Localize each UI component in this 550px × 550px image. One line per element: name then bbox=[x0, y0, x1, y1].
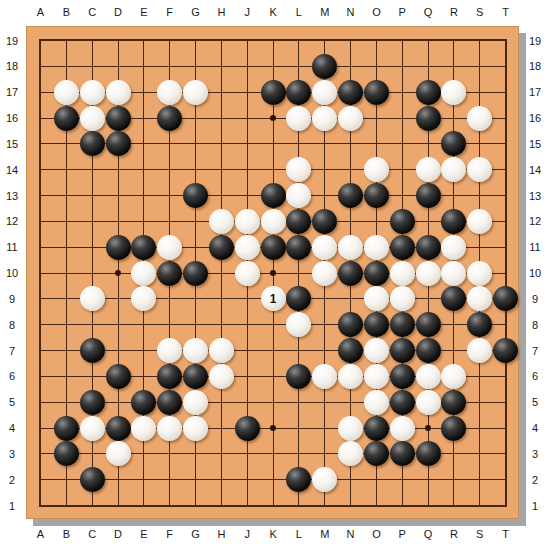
coord-label-top-Q: Q bbox=[418, 5, 438, 19]
coord-label-right-7: 7 bbox=[524, 344, 546, 358]
stone-white-J10[interactable] bbox=[235, 261, 260, 286]
coord-label-top-P: P bbox=[392, 5, 412, 19]
stone-white-G17[interactable] bbox=[183, 80, 208, 105]
stone-black-Q16[interactable] bbox=[416, 106, 441, 131]
stone-white-Q5[interactable] bbox=[416, 390, 441, 415]
stone-black-C15[interactable] bbox=[80, 131, 105, 156]
coord-label-right-8: 8 bbox=[524, 318, 546, 332]
stone-white-K9[interactable]: 1 bbox=[261, 286, 286, 311]
coord-label-top-M: M bbox=[315, 5, 335, 19]
stone-black-Q3[interactable] bbox=[416, 441, 441, 466]
stone-white-N11[interactable] bbox=[338, 235, 363, 260]
coord-label-right-3: 3 bbox=[524, 447, 546, 461]
coord-label-bottom-A: A bbox=[31, 527, 51, 541]
coord-label-bottom-K: K bbox=[263, 527, 283, 541]
coord-label-bottom-D: D bbox=[108, 527, 128, 541]
stone-white-O7[interactable] bbox=[364, 338, 389, 363]
coord-label-left-6: 6 bbox=[2, 369, 22, 383]
stone-black-O4[interactable] bbox=[364, 416, 389, 441]
stone-black-Q8[interactable] bbox=[416, 312, 441, 337]
stone-black-P11[interactable] bbox=[390, 235, 415, 260]
coord-label-left-1: 1 bbox=[2, 499, 22, 513]
coord-label-bottom-L: L bbox=[289, 527, 309, 541]
coord-label-left-18: 18 bbox=[2, 59, 22, 73]
stone-black-O8[interactable] bbox=[364, 312, 389, 337]
stone-black-F6[interactable] bbox=[157, 364, 182, 389]
coord-label-right-18: 18 bbox=[524, 59, 546, 73]
stone-white-Q6[interactable] bbox=[416, 364, 441, 389]
stone-white-K12[interactable] bbox=[261, 209, 286, 234]
stone-white-E10[interactable] bbox=[131, 261, 156, 286]
coord-label-right-6: 6 bbox=[524, 369, 546, 383]
coord-label-right-16: 16 bbox=[524, 111, 546, 125]
stone-black-M12[interactable] bbox=[312, 209, 337, 234]
stone-black-N17[interactable] bbox=[338, 80, 363, 105]
coord-label-left-12: 12 bbox=[2, 214, 22, 228]
coord-label-right-9: 9 bbox=[524, 292, 546, 306]
stone-black-D16[interactable] bbox=[106, 106, 131, 131]
stone-white-F17[interactable] bbox=[157, 80, 182, 105]
coord-label-left-15: 15 bbox=[2, 137, 22, 151]
move-number-label: 1 bbox=[261, 286, 286, 311]
stone-black-K11[interactable] bbox=[261, 235, 286, 260]
coord-label-left-11: 11 bbox=[2, 240, 22, 254]
stone-black-B16[interactable] bbox=[54, 106, 79, 131]
stone-white-H7[interactable] bbox=[209, 338, 234, 363]
stone-white-S10[interactable] bbox=[467, 261, 492, 286]
stone-white-R11[interactable] bbox=[441, 235, 466, 260]
coord-label-bottom-Q: Q bbox=[418, 527, 438, 541]
stone-white-C4[interactable] bbox=[80, 416, 105, 441]
coord-label-right-1: 1 bbox=[524, 499, 546, 513]
coord-label-right-13: 13 bbox=[524, 189, 546, 203]
stone-white-O6[interactable] bbox=[364, 364, 389, 389]
stone-white-L16[interactable] bbox=[286, 106, 311, 131]
coord-label-right-15: 15 bbox=[524, 137, 546, 151]
coord-label-top-L: L bbox=[289, 5, 309, 19]
coord-label-top-E: E bbox=[134, 5, 154, 19]
stone-white-M10[interactable] bbox=[312, 261, 337, 286]
stone-black-C7[interactable] bbox=[80, 338, 105, 363]
coord-label-top-O: O bbox=[366, 5, 386, 19]
coord-label-left-2: 2 bbox=[2, 473, 22, 487]
stone-black-G13[interactable] bbox=[183, 183, 208, 208]
stone-white-H6[interactable] bbox=[209, 364, 234, 389]
coord-label-left-19: 19 bbox=[2, 34, 22, 48]
coord-label-left-9: 9 bbox=[2, 292, 22, 306]
coord-label-right-12: 12 bbox=[524, 214, 546, 228]
coord-label-top-K: K bbox=[263, 5, 283, 19]
stone-black-N7[interactable] bbox=[338, 338, 363, 363]
coord-label-top-A: A bbox=[31, 5, 51, 19]
coord-label-top-C: C bbox=[82, 5, 102, 19]
coord-label-top-R: R bbox=[444, 5, 464, 19]
stone-black-P12[interactable] bbox=[390, 209, 415, 234]
stone-black-Q7[interactable] bbox=[416, 338, 441, 363]
coord-label-left-13: 13 bbox=[2, 189, 22, 203]
stone-black-O17[interactable] bbox=[364, 80, 389, 105]
stone-white-M16[interactable] bbox=[312, 106, 337, 131]
coord-label-top-F: F bbox=[160, 5, 180, 19]
stone-black-G10[interactable] bbox=[183, 261, 208, 286]
coord-label-right-10: 10 bbox=[524, 266, 546, 280]
stone-black-J4[interactable] bbox=[235, 416, 260, 441]
stone-white-N6[interactable] bbox=[338, 364, 363, 389]
stone-white-S16[interactable] bbox=[467, 106, 492, 131]
stone-black-L11[interactable] bbox=[286, 235, 311, 260]
coord-label-bottom-T: T bbox=[496, 527, 516, 541]
stone-white-G4[interactable] bbox=[183, 416, 208, 441]
stone-black-D11[interactable] bbox=[106, 235, 131, 260]
stone-white-J11[interactable] bbox=[235, 235, 260, 260]
coord-label-right-4: 4 bbox=[524, 421, 546, 435]
stone-white-D3[interactable] bbox=[106, 441, 131, 466]
coord-label-left-4: 4 bbox=[2, 421, 22, 435]
stone-white-F4[interactable] bbox=[157, 416, 182, 441]
stone-white-B17[interactable] bbox=[54, 80, 79, 105]
stone-black-P7[interactable] bbox=[390, 338, 415, 363]
coord-label-right-17: 17 bbox=[524, 85, 546, 99]
coord-label-bottom-C: C bbox=[82, 527, 102, 541]
stone-black-F5[interactable] bbox=[157, 390, 182, 415]
coord-label-bottom-B: B bbox=[56, 527, 76, 541]
coord-label-bottom-E: E bbox=[134, 527, 154, 541]
stone-black-G6[interactable] bbox=[183, 364, 208, 389]
stone-black-N10[interactable] bbox=[338, 261, 363, 286]
stone-white-C16[interactable] bbox=[80, 106, 105, 131]
stone-black-C2[interactable] bbox=[80, 467, 105, 492]
coord-label-top-S: S bbox=[470, 5, 490, 19]
stone-black-Q13[interactable] bbox=[416, 183, 441, 208]
coord-label-right-11: 11 bbox=[524, 240, 546, 254]
stone-white-H12[interactable] bbox=[209, 209, 234, 234]
stone-black-E11[interactable] bbox=[131, 235, 156, 260]
coord-label-bottom-H: H bbox=[211, 527, 231, 541]
stone-white-R17[interactable] bbox=[441, 80, 466, 105]
stone-white-J12[interactable] bbox=[235, 209, 260, 234]
stone-white-Q14[interactable] bbox=[416, 157, 441, 182]
stone-black-D6[interactable] bbox=[106, 364, 131, 389]
stone-white-G7[interactable] bbox=[183, 338, 208, 363]
stone-black-D4[interactable] bbox=[106, 416, 131, 441]
coord-label-right-2: 2 bbox=[524, 473, 546, 487]
stone-white-N4[interactable] bbox=[338, 416, 363, 441]
coord-label-left-10: 10 bbox=[2, 266, 22, 280]
stone-black-B4[interactable] bbox=[54, 416, 79, 441]
stone-black-Q11[interactable] bbox=[416, 235, 441, 260]
coord-label-bottom-O: O bbox=[366, 527, 386, 541]
stone-black-F10[interactable] bbox=[157, 261, 182, 286]
coord-label-top-B: B bbox=[56, 5, 76, 19]
stone-white-F11[interactable] bbox=[157, 235, 182, 260]
stone-black-R4[interactable] bbox=[441, 416, 466, 441]
coord-label-top-T: T bbox=[496, 5, 516, 19]
coord-label-right-19: 19 bbox=[524, 34, 546, 48]
coord-label-top-N: N bbox=[341, 5, 361, 19]
stone-black-M18[interactable] bbox=[312, 54, 337, 79]
stone-white-C17[interactable] bbox=[80, 80, 105, 105]
stone-black-K17[interactable] bbox=[261, 80, 286, 105]
coord-label-left-14: 14 bbox=[2, 163, 22, 177]
stone-white-E4[interactable] bbox=[131, 416, 156, 441]
stone-black-K13[interactable] bbox=[261, 183, 286, 208]
stone-black-D15[interactable] bbox=[106, 131, 131, 156]
coord-label-top-G: G bbox=[186, 5, 206, 19]
coord-label-left-3: 3 bbox=[2, 447, 22, 461]
coord-label-left-17: 17 bbox=[2, 85, 22, 99]
stone-black-Q17[interactable] bbox=[416, 80, 441, 105]
stone-white-M6[interactable] bbox=[312, 364, 337, 389]
stone-white-C9[interactable] bbox=[80, 286, 105, 311]
coord-label-bottom-G: G bbox=[186, 527, 206, 541]
coord-label-top-D: D bbox=[108, 5, 128, 19]
coord-label-left-5: 5 bbox=[2, 395, 22, 409]
stone-white-G5[interactable] bbox=[183, 390, 208, 415]
stone-black-P8[interactable] bbox=[390, 312, 415, 337]
stone-white-Q10[interactable] bbox=[416, 261, 441, 286]
stone-black-O10[interactable] bbox=[364, 261, 389, 286]
stone-black-L17[interactable] bbox=[286, 80, 311, 105]
stone-white-R10[interactable] bbox=[441, 261, 466, 286]
stone-white-P9[interactable] bbox=[390, 286, 415, 311]
coord-label-bottom-J: J bbox=[237, 527, 257, 541]
stone-black-H11[interactable] bbox=[209, 235, 234, 260]
stone-white-O11[interactable] bbox=[364, 235, 389, 260]
stone-black-O13[interactable] bbox=[364, 183, 389, 208]
stone-black-C5[interactable] bbox=[80, 390, 105, 415]
stone-black-N13[interactable] bbox=[338, 183, 363, 208]
coord-label-left-16: 16 bbox=[2, 111, 22, 125]
coord-label-top-J: J bbox=[237, 5, 257, 19]
go-board-screenshot: AABBCCDDEEFFGGHHJJKKLLMMNNOOPPQQRRSSTT19… bbox=[0, 0, 550, 550]
coord-label-bottom-F: F bbox=[160, 527, 180, 541]
stone-black-P5[interactable] bbox=[390, 390, 415, 415]
coord-label-left-7: 7 bbox=[2, 344, 22, 358]
stone-white-M11[interactable] bbox=[312, 235, 337, 260]
stone-white-P10[interactable] bbox=[390, 261, 415, 286]
coord-label-bottom-M: M bbox=[315, 527, 335, 541]
stone-white-O14[interactable] bbox=[364, 157, 389, 182]
coord-label-bottom-N: N bbox=[341, 527, 361, 541]
coord-label-bottom-R: R bbox=[444, 527, 464, 541]
coord-label-right-14: 14 bbox=[524, 163, 546, 177]
coord-label-top-H: H bbox=[211, 5, 231, 19]
stone-black-F16[interactable] bbox=[157, 106, 182, 131]
stone-white-O5[interactable] bbox=[364, 390, 389, 415]
stone-white-D17[interactable] bbox=[106, 80, 131, 105]
stone-white-P4[interactable] bbox=[390, 416, 415, 441]
stone-black-P6[interactable] bbox=[390, 364, 415, 389]
coord-label-bottom-P: P bbox=[392, 527, 412, 541]
coord-label-right-5: 5 bbox=[524, 395, 546, 409]
stone-white-M17[interactable] bbox=[312, 80, 337, 105]
stone-white-N16[interactable] bbox=[338, 106, 363, 131]
coord-label-bottom-S: S bbox=[470, 527, 490, 541]
coord-label-left-8: 8 bbox=[2, 318, 22, 332]
stone-white-S12[interactable] bbox=[467, 209, 492, 234]
stone-black-E5[interactable] bbox=[131, 390, 156, 415]
